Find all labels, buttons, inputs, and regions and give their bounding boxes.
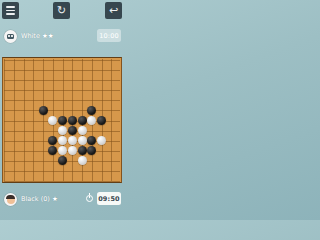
black-stone-f9 — [48, 136, 57, 145]
grid-line — [4, 181, 120, 182]
black-stone-h7 — [68, 116, 77, 125]
black-stone-g11 — [58, 156, 67, 165]
white-stone-i9 — [78, 136, 87, 145]
grid-line — [4, 171, 120, 172]
hamburger-icon — [6, 6, 15, 15]
black-stone-h8 — [68, 126, 77, 135]
black-avatar — [4, 193, 17, 206]
board[interactable] — [2, 57, 122, 183]
black-stone-k7 — [97, 116, 106, 125]
white-stone-k9 — [97, 136, 106, 145]
black-stone-j9 — [87, 136, 96, 145]
white-stone-i11 — [78, 156, 87, 165]
black-stone-j6 — [87, 106, 96, 115]
grid-line — [111, 59, 112, 181]
white-avatar — [4, 30, 17, 43]
white-stone-h9 — [68, 136, 77, 145]
white-stone-i8 — [78, 126, 87, 135]
white-player-row: White ★★ 10:00 — [0, 28, 124, 44]
grid-line — [121, 59, 122, 181]
white-stone-f7 — [48, 116, 57, 125]
black-stone-e6 — [39, 106, 48, 115]
restart-button[interactable]: ↻ — [53, 2, 70, 19]
black-player-label: Black (0) ★ — [21, 195, 58, 203]
black-player-row: Black (0) ★ 09:50 — [0, 191, 124, 207]
black-stone-g7 — [58, 116, 67, 125]
undo-icon: ↩ — [109, 5, 118, 16]
stopwatch-icon — [86, 195, 93, 202]
menu-button[interactable] — [2, 2, 19, 19]
undo-button[interactable]: ↩ — [105, 2, 122, 19]
white-stone-j7 — [87, 116, 96, 125]
black-stone-i7 — [78, 116, 87, 125]
white-stone-g9 — [58, 136, 67, 145]
black-stone-f10 — [48, 146, 57, 155]
white-timer: 10:00 — [97, 29, 121, 42]
black-stone-j10 — [87, 146, 96, 155]
white-stone-g8 — [58, 126, 67, 135]
black-stone-i10 — [78, 146, 87, 155]
white-stone-h10 — [68, 146, 77, 155]
white-player-label: White ★★ — [21, 32, 54, 40]
white-stone-g10 — [58, 146, 67, 155]
robot-icon — [7, 34, 14, 40]
refresh-icon: ↻ — [57, 5, 66, 16]
black-timer: 09:50 — [97, 192, 121, 205]
